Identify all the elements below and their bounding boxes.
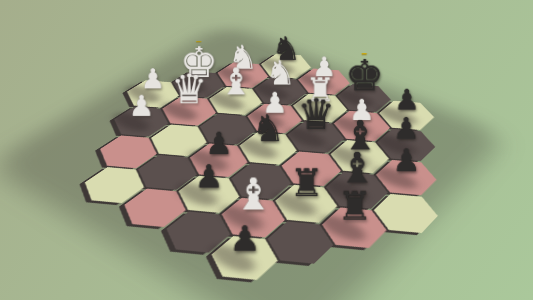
black-pawn[interactable]: ♟ bbox=[207, 222, 282, 258]
white-bishop[interactable]: ♝ bbox=[218, 172, 289, 217]
white-pawn[interactable]: ♟ bbox=[110, 92, 171, 121]
gold-crown-icon: ♛ bbox=[194, 33, 204, 44]
scene: ♞♟♚♛♟♞♞♜♟♟♚♛♝♟♛♝♟♟♛♞♝♟♟♜♜♟♝♟ bbox=[0, 0, 533, 300]
black-rook[interactable]: ♜ bbox=[318, 187, 390, 227]
gold-crown-icon: ♛ bbox=[359, 45, 369, 56]
black-pawn[interactable]: ♟ bbox=[186, 129, 251, 160]
